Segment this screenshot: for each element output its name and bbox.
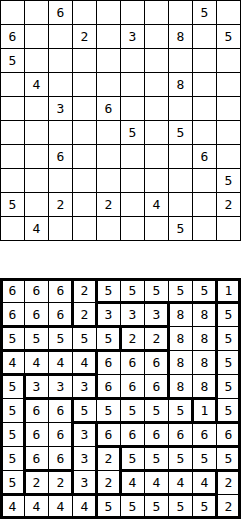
solution-cell: 6 bbox=[145, 351, 168, 374]
puzzle-cell[interactable] bbox=[73, 97, 96, 120]
puzzle-cell[interactable] bbox=[1, 97, 24, 120]
puzzle-cell[interactable] bbox=[73, 121, 96, 144]
solution-cell: 4 bbox=[49, 495, 72, 518]
solution-cell: 4 bbox=[73, 351, 96, 374]
puzzle-cell[interactable] bbox=[193, 193, 216, 216]
puzzle-cell[interactable]: 5 bbox=[217, 169, 240, 192]
solution-cell: 3 bbox=[25, 375, 48, 398]
puzzle-cell[interactable] bbox=[25, 193, 48, 216]
puzzle-cell[interactable]: 4 bbox=[25, 73, 48, 96]
solution-cell: 5 bbox=[25, 327, 48, 350]
solution-cell: 5 bbox=[73, 399, 96, 422]
solution-cell: 6 bbox=[145, 423, 168, 446]
solution-cell: 2 bbox=[73, 303, 96, 326]
solution-cell: 5 bbox=[145, 495, 168, 518]
solution-cell: 4 bbox=[1, 351, 24, 374]
puzzle-cell[interactable] bbox=[49, 121, 72, 144]
solution-cell: 8 bbox=[193, 303, 216, 326]
puzzle-cell[interactable] bbox=[97, 25, 120, 48]
puzzle-cell[interactable] bbox=[1, 121, 24, 144]
puzzle-cell[interactable]: 5 bbox=[169, 217, 192, 240]
puzzle-cell[interactable] bbox=[145, 145, 168, 168]
puzzle-cell[interactable] bbox=[49, 169, 72, 192]
puzzle-cell[interactable] bbox=[1, 169, 24, 192]
puzzle-cell[interactable] bbox=[121, 73, 144, 96]
solution-cell: 6 bbox=[25, 303, 48, 326]
puzzle-cell[interactable] bbox=[121, 169, 144, 192]
puzzle-cell[interactable]: 5 bbox=[1, 49, 24, 72]
solution-cell: 5 bbox=[1, 327, 24, 350]
puzzle-cell[interactable] bbox=[97, 217, 120, 240]
puzzle-cell[interactable] bbox=[145, 1, 168, 24]
puzzle-cell[interactable] bbox=[193, 217, 216, 240]
puzzle-cell[interactable]: 5 bbox=[193, 1, 216, 24]
solution-cell: 2 bbox=[49, 471, 72, 494]
puzzle-cell[interactable] bbox=[73, 193, 96, 216]
solution-cell: 5 bbox=[145, 399, 168, 422]
puzzle-cell[interactable] bbox=[25, 97, 48, 120]
solution-cell: 4 bbox=[169, 471, 192, 494]
solution-cell: 4 bbox=[145, 471, 168, 494]
solution-cell: 5 bbox=[1, 471, 24, 494]
solution-cell: 5 bbox=[49, 327, 72, 350]
solution-cell: 6 bbox=[169, 423, 192, 446]
solution-cell: 5 bbox=[169, 399, 192, 422]
puzzle-cell[interactable] bbox=[121, 217, 144, 240]
solution-cell: 6 bbox=[25, 423, 48, 446]
puzzle-cell[interactable] bbox=[121, 49, 144, 72]
solution-cell: 4 bbox=[73, 495, 96, 518]
puzzle-cell[interactable] bbox=[217, 121, 240, 144]
puzzle-cell[interactable] bbox=[1, 145, 24, 168]
puzzle-cell[interactable] bbox=[193, 121, 216, 144]
solution-cell: 5 bbox=[217, 375, 240, 398]
puzzle-cell[interactable] bbox=[145, 217, 168, 240]
puzzle-cell[interactable] bbox=[25, 25, 48, 48]
puzzle-cell[interactable] bbox=[193, 25, 216, 48]
puzzle-cell[interactable] bbox=[193, 97, 216, 120]
solution-cell: 6 bbox=[1, 303, 24, 326]
solution-cell: 6 bbox=[25, 279, 48, 302]
puzzle-cell[interactable] bbox=[145, 97, 168, 120]
solution-cell: 6 bbox=[25, 399, 48, 422]
solution-cell: 4 bbox=[49, 351, 72, 374]
solution-cell: 6 bbox=[121, 351, 144, 374]
solution-cell: 6 bbox=[1, 279, 24, 302]
solution-cell: 5 bbox=[97, 279, 120, 302]
solution-cell: 3 bbox=[97, 303, 120, 326]
puzzle-cell[interactable] bbox=[1, 1, 24, 24]
solution-cell: 6 bbox=[25, 447, 48, 470]
solution-cell: 4 bbox=[121, 471, 144, 494]
solution-cell: 2 bbox=[217, 471, 240, 494]
puzzle-cell[interactable] bbox=[25, 1, 48, 24]
puzzle-cell[interactable]: 5 bbox=[217, 25, 240, 48]
solution-cell: 5 bbox=[193, 279, 216, 302]
solution-cell: 4 bbox=[25, 495, 48, 518]
puzzle-cell[interactable] bbox=[217, 73, 240, 96]
puzzle-cell[interactable] bbox=[73, 49, 96, 72]
puzzle-cell[interactable] bbox=[193, 73, 216, 96]
puzzle-cell[interactable] bbox=[97, 73, 120, 96]
solution-cell: 5 bbox=[97, 399, 120, 422]
puzzle-cell[interactable]: 2 bbox=[49, 193, 72, 216]
solution-cell: 6 bbox=[49, 423, 72, 446]
puzzle-cell[interactable] bbox=[217, 145, 240, 168]
puzzle-cell[interactable] bbox=[217, 49, 240, 72]
solution-cell: 5 bbox=[1, 423, 24, 446]
solution-cell: 5 bbox=[97, 327, 120, 350]
solution-cell: 6 bbox=[49, 303, 72, 326]
solution-cell: 2 bbox=[97, 471, 120, 494]
puzzle-cell[interactable]: 8 bbox=[169, 25, 192, 48]
puzzle-cell[interactable] bbox=[49, 73, 72, 96]
puzzle-cell[interactable] bbox=[73, 1, 96, 24]
puzzle-cell[interactable] bbox=[49, 217, 72, 240]
solution-cell: 5 bbox=[193, 495, 216, 518]
solution-cell: 6 bbox=[49, 447, 72, 470]
solution-cell: 5 bbox=[121, 495, 144, 518]
solution-cell: 5 bbox=[1, 447, 24, 470]
solution-cell: 6 bbox=[121, 423, 144, 446]
puzzle-cell[interactable]: 6 bbox=[97, 97, 120, 120]
puzzle-cell[interactable] bbox=[49, 49, 72, 72]
puzzle-cell[interactable] bbox=[169, 1, 192, 24]
solution-cell: 5 bbox=[169, 447, 192, 470]
solution-cell: 5 bbox=[217, 399, 240, 422]
puzzle-cell[interactable] bbox=[1, 73, 24, 96]
puzzle-cell[interactable] bbox=[1, 217, 24, 240]
puzzle-cell[interactable]: 6 bbox=[49, 145, 72, 168]
puzzle-cell[interactable] bbox=[169, 97, 192, 120]
solution-cell: 2 bbox=[145, 327, 168, 350]
solution-cell: 6 bbox=[97, 423, 120, 446]
puzzle-cell[interactable]: 5 bbox=[121, 121, 144, 144]
puzzle-cell[interactable] bbox=[169, 193, 192, 216]
puzzle-cell[interactable] bbox=[121, 193, 144, 216]
solution-cell: 3 bbox=[73, 375, 96, 398]
puzzle-cell[interactable]: 3 bbox=[121, 25, 144, 48]
puzzle-cell[interactable] bbox=[169, 49, 192, 72]
solution-cell: 4 bbox=[25, 351, 48, 374]
solution-cell: 8 bbox=[169, 351, 192, 374]
puzzle-cell[interactable] bbox=[121, 97, 144, 120]
solution-cell: 6 bbox=[49, 279, 72, 302]
puzzle-cell[interactable] bbox=[217, 217, 240, 240]
puzzle-cell[interactable]: 4 bbox=[145, 193, 168, 216]
solution-cell: 5 bbox=[121, 447, 144, 470]
solution-cell: 1 bbox=[193, 399, 216, 422]
solution-cell: 8 bbox=[169, 375, 192, 398]
puzzle-cell[interactable] bbox=[145, 121, 168, 144]
puzzle-cell[interactable] bbox=[73, 217, 96, 240]
solution-cell: 3 bbox=[73, 471, 96, 494]
puzzle-cell[interactable] bbox=[73, 169, 96, 192]
solution-cell: 5 bbox=[121, 399, 144, 422]
solution-cell: 2 bbox=[97, 447, 120, 470]
solution-cell: 2 bbox=[217, 495, 240, 518]
puzzle-cell[interactable] bbox=[97, 121, 120, 144]
puzzle-cell[interactable]: 6 bbox=[49, 1, 72, 24]
puzzle-cell[interactable] bbox=[217, 1, 240, 24]
solution-cell: 3 bbox=[145, 303, 168, 326]
puzzle-cell[interactable] bbox=[145, 169, 168, 192]
solution-cell: 5 bbox=[1, 375, 24, 398]
solution-cell: 8 bbox=[169, 327, 192, 350]
puzzle-cell[interactable] bbox=[145, 73, 168, 96]
puzzle-cell[interactable] bbox=[97, 49, 120, 72]
puzzle-cell[interactable]: 5 bbox=[1, 193, 24, 216]
puzzle-cell[interactable] bbox=[121, 1, 144, 24]
puzzle-cell[interactable]: 3 bbox=[49, 97, 72, 120]
puzzle-cell[interactable] bbox=[25, 49, 48, 72]
puzzle-cell[interactable] bbox=[73, 145, 96, 168]
puzzle-cell[interactable] bbox=[97, 145, 120, 168]
solution-cell: 5 bbox=[217, 447, 240, 470]
puzzle-cell[interactable] bbox=[169, 169, 192, 192]
solution-cell: 6 bbox=[145, 375, 168, 398]
puzzle-cell[interactable] bbox=[121, 145, 144, 168]
solution-cell: 4 bbox=[1, 495, 24, 518]
solution-cell: 5 bbox=[73, 327, 96, 350]
solution-cell: 2 bbox=[25, 471, 48, 494]
solution-cell: 3 bbox=[121, 303, 144, 326]
fillomino-puzzle-grid: 656238554836556655224245 bbox=[0, 0, 241, 241]
solution-cell: 3 bbox=[73, 447, 96, 470]
puzzle-cell[interactable] bbox=[145, 25, 168, 48]
solution-cell: 6 bbox=[121, 375, 144, 398]
puzzle-cell[interactable] bbox=[25, 169, 48, 192]
solution-cell: 5 bbox=[193, 447, 216, 470]
solution-cell: 5 bbox=[169, 279, 192, 302]
solution-cell: 5 bbox=[145, 447, 168, 470]
solution-cell: 5 bbox=[217, 303, 240, 326]
puzzle-cell[interactable]: 8 bbox=[169, 73, 192, 96]
puzzle-cell[interactable]: 2 bbox=[97, 193, 120, 216]
puzzle-cell[interactable]: 2 bbox=[217, 193, 240, 216]
solution-cell: 6 bbox=[193, 423, 216, 446]
puzzle-cell[interactable]: 4 bbox=[25, 217, 48, 240]
solution-cell: 5 bbox=[217, 351, 240, 374]
puzzle-cell[interactable] bbox=[25, 145, 48, 168]
solution-cell: 2 bbox=[121, 327, 144, 350]
puzzle-cell[interactable] bbox=[25, 121, 48, 144]
puzzle-cell[interactable] bbox=[217, 97, 240, 120]
solution-cell: 5 bbox=[97, 495, 120, 518]
solution-cell: 8 bbox=[193, 375, 216, 398]
solution-cell: 1 bbox=[217, 279, 240, 302]
solution-cell: 6 bbox=[217, 423, 240, 446]
solution-cell: 6 bbox=[49, 399, 72, 422]
solution-cell: 5 bbox=[169, 495, 192, 518]
solution-cell: 5 bbox=[217, 327, 240, 350]
puzzle-cell[interactable]: 6 bbox=[1, 25, 24, 48]
solution-cell: 4 bbox=[193, 471, 216, 494]
puzzle-cell[interactable] bbox=[73, 73, 96, 96]
puzzle-cell[interactable]: 2 bbox=[73, 25, 96, 48]
solution-cell: 8 bbox=[193, 351, 216, 374]
solution-cell: 8 bbox=[193, 327, 216, 350]
solution-cell: 3 bbox=[73, 423, 96, 446]
fillomino-solution-grid: 6662555551666233388555555228854444666885… bbox=[0, 278, 241, 519]
puzzle-cell[interactable] bbox=[193, 49, 216, 72]
puzzle-cell[interactable] bbox=[145, 49, 168, 72]
fillomino-sheet: { "game": "fillomino", "position": { "ro… bbox=[0, 0, 241, 520]
puzzle-cell[interactable]: 6 bbox=[193, 145, 216, 168]
puzzle-cell[interactable] bbox=[97, 1, 120, 24]
solution-cell: 5 bbox=[121, 279, 144, 302]
solution-cell: 2 bbox=[73, 279, 96, 302]
puzzle-cell[interactable] bbox=[169, 145, 192, 168]
solution-cell: 6 bbox=[97, 375, 120, 398]
puzzle-cell[interactable]: 5 bbox=[169, 121, 192, 144]
solution-cell: 8 bbox=[169, 303, 192, 326]
solution-cell: 5 bbox=[1, 399, 24, 422]
solution-cell: 6 bbox=[97, 351, 120, 374]
solution-cell: 5 bbox=[145, 279, 168, 302]
puzzle-cell[interactable] bbox=[193, 169, 216, 192]
puzzle-cell[interactable] bbox=[97, 169, 120, 192]
solution-cell: 3 bbox=[49, 375, 72, 398]
puzzle-cell[interactable] bbox=[49, 25, 72, 48]
